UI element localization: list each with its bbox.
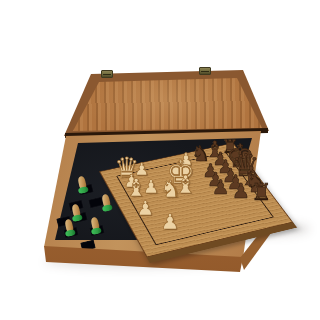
chess-set-photo: ♛♟♟♞♝♜♟♟♝♟♚♟♟♚♞♝♟♟♛♟♟♟♝♟♞♟♜: [0, 0, 320, 320]
piece-glyph: ♟: [160, 211, 179, 232]
piece-glyph: ♝: [174, 172, 196, 197]
piece-glyph: ♜: [251, 181, 272, 204]
pieces-layer: ♛♟♟♞♝♜♟♟♝♟♚♟♟♚♞♝♟♟♛♟♟♟♝♟♞♟♜: [0, 0, 320, 320]
piece-glyph: ♟: [137, 199, 155, 219]
piece-glyph: ♟: [143, 178, 159, 196]
